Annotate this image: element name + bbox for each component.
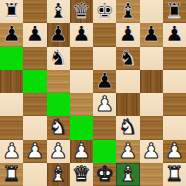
- white-queen: ♛: [72, 163, 91, 184]
- square-c1[interactable]: ♝: [47, 163, 70, 186]
- square-a2[interactable]: ♟: [0, 140, 23, 163]
- square-a5[interactable]: [0, 70, 23, 93]
- square-a1[interactable]: ♜: [0, 163, 23, 186]
- square-h4[interactable]: [163, 93, 186, 116]
- square-d8[interactable]: ♛: [70, 0, 93, 23]
- black-queen: ♛: [72, 1, 91, 22]
- square-c6[interactable]: ♞: [47, 47, 70, 70]
- black-rook: ♜: [2, 1, 21, 22]
- white-pawn: ♟: [25, 140, 44, 161]
- square-g6[interactable]: [140, 47, 163, 70]
- black-pawn: ♟: [165, 24, 184, 45]
- black-pawn: ♟: [2, 24, 21, 45]
- square-b2[interactable]: ♟: [23, 140, 46, 163]
- white-pawn: ♟: [165, 140, 184, 161]
- square-f1[interactable]: ♝: [116, 163, 139, 186]
- square-d5[interactable]: [70, 70, 93, 93]
- square-g8[interactable]: [140, 0, 163, 23]
- square-f4[interactable]: [116, 93, 139, 116]
- square-h7[interactable]: ♟: [163, 23, 186, 46]
- square-g5[interactable]: [140, 70, 163, 93]
- square-d6[interactable]: [70, 47, 93, 70]
- square-b3[interactable]: [23, 116, 46, 139]
- black-knight: ♞: [49, 47, 68, 68]
- square-d2[interactable]: ♟: [70, 140, 93, 163]
- square-e5[interactable]: ♟: [93, 70, 116, 93]
- black-pawn: ♟: [25, 24, 44, 45]
- white-pawn: ♟: [72, 140, 91, 161]
- square-d4[interactable]: [70, 93, 93, 116]
- square-b7[interactable]: ♟: [23, 23, 46, 46]
- square-f6[interactable]: ♞: [116, 47, 139, 70]
- black-rook: ♜: [165, 1, 184, 22]
- white-pawn: ♟: [2, 140, 21, 161]
- white-knight: ♞: [118, 117, 137, 138]
- square-c8[interactable]: ♝: [47, 0, 70, 23]
- square-g3[interactable]: [140, 116, 163, 139]
- black-pawn: ♟: [118, 24, 137, 45]
- square-g1[interactable]: [140, 163, 163, 186]
- square-a4[interactable]: [0, 93, 23, 116]
- black-bishop: ♝: [118, 1, 137, 22]
- white-pawn: ♟: [118, 140, 137, 161]
- square-c7[interactable]: ♟: [47, 23, 70, 46]
- square-c2[interactable]: ♟: [47, 140, 70, 163]
- chess-board: ♜♝♛♚♝♜♟♟♟♟♟♟♟♞♞♟♟♞♞♟♟♟♟♟♟♟♜♝♛♚♝♜: [0, 0, 186, 186]
- square-h6[interactable]: [163, 47, 186, 70]
- white-bishop: ♝: [118, 163, 137, 184]
- square-h2[interactable]: ♟: [163, 140, 186, 163]
- black-pawn: ♟: [95, 70, 114, 91]
- square-g7[interactable]: ♟: [140, 23, 163, 46]
- square-b6[interactable]: [23, 47, 46, 70]
- square-a3[interactable]: [0, 116, 23, 139]
- square-b8[interactable]: [23, 0, 46, 23]
- square-e6[interactable]: [93, 47, 116, 70]
- square-b5[interactable]: [23, 70, 46, 93]
- square-b1[interactable]: [23, 163, 46, 186]
- square-f5[interactable]: [116, 70, 139, 93]
- square-e7[interactable]: [93, 23, 116, 46]
- square-g4[interactable]: [140, 93, 163, 116]
- square-d3[interactable]: [70, 116, 93, 139]
- square-c3[interactable]: ♞: [47, 116, 70, 139]
- square-f3[interactable]: ♞: [116, 116, 139, 139]
- square-a8[interactable]: ♜: [0, 0, 23, 23]
- white-rook: ♜: [165, 163, 184, 184]
- square-d7[interactable]: ♟: [70, 23, 93, 46]
- square-h8[interactable]: ♜: [163, 0, 186, 23]
- square-c4[interactable]: [47, 93, 70, 116]
- square-c5[interactable]: [47, 70, 70, 93]
- square-d1[interactable]: ♛: [70, 163, 93, 186]
- square-b4[interactable]: [23, 93, 46, 116]
- square-a6[interactable]: [0, 47, 23, 70]
- square-e2[interactable]: [93, 140, 116, 163]
- black-pawn: ♟: [72, 24, 91, 45]
- square-e3[interactable]: [93, 116, 116, 139]
- black-king: ♚: [95, 1, 114, 22]
- white-pawn: ♟: [142, 140, 161, 161]
- square-e8[interactable]: ♚: [93, 0, 116, 23]
- white-rook: ♜: [2, 163, 21, 184]
- square-h5[interactable]: [163, 70, 186, 93]
- black-knight: ♞: [118, 47, 137, 68]
- square-f7[interactable]: ♟: [116, 23, 139, 46]
- white-pawn: ♟: [95, 94, 114, 115]
- white-king: ♚: [95, 163, 114, 184]
- square-e4[interactable]: ♟: [93, 93, 116, 116]
- white-pawn: ♟: [49, 140, 68, 161]
- square-f8[interactable]: ♝: [116, 0, 139, 23]
- square-g2[interactable]: ♟: [140, 140, 163, 163]
- black-bishop: ♝: [49, 1, 68, 22]
- black-pawn: ♟: [49, 24, 68, 45]
- square-f2[interactable]: ♟: [116, 140, 139, 163]
- square-h1[interactable]: ♜: [163, 163, 186, 186]
- square-h3[interactable]: [163, 116, 186, 139]
- white-knight: ♞: [49, 117, 68, 138]
- black-pawn: ♟: [142, 24, 161, 45]
- square-e1[interactable]: ♚: [93, 163, 116, 186]
- white-bishop: ♝: [49, 163, 68, 184]
- square-a7[interactable]: ♟: [0, 23, 23, 46]
